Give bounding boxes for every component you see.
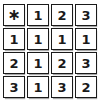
row-header-2: 2 [3, 52, 25, 74]
cell-r2c1: 1 [27, 52, 49, 74]
col-header-3: 3 [75, 4, 97, 26]
operation-table: ∗ 1 2 3 1 1 1 1 2 1 2 3 3 1 3 2 [3, 4, 97, 98]
cell-r1c1: 1 [27, 28, 49, 50]
cell-r2c2: 2 [51, 52, 73, 74]
cell-r1c3: 1 [75, 28, 97, 50]
cell-r3c3: 2 [75, 76, 97, 98]
row-header-1: 1 [3, 28, 25, 50]
row-header-3: 3 [3, 76, 25, 98]
col-header-1: 1 [27, 4, 49, 26]
cell-r3c2: 3 [51, 76, 73, 98]
cell-r1c2: 1 [51, 28, 73, 50]
operator-symbol-cell: ∗ [3, 4, 25, 26]
cell-r3c1: 1 [27, 76, 49, 98]
col-header-2: 2 [51, 4, 73, 26]
cell-r2c3: 3 [75, 52, 97, 74]
